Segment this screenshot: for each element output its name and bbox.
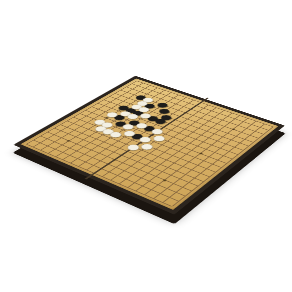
white-stone: ●: [135, 100, 151, 107]
black-stone: ●: [127, 119, 143, 127]
star-point: [199, 152, 203, 154]
black-stone: ●: [124, 106, 140, 114]
white-stone: ●: [105, 111, 121, 119]
photo-scene: ●●●●●●●●●●●●●●●●●●●●●●●●●●●●●●●●●●●●: [0, 0, 292, 292]
white-stone: ●: [139, 142, 156, 151]
black-stone: ●: [112, 113, 128, 121]
stones-layer: ●●●●●●●●●●●●●●●●●●●●●●●●●●●●●●●●●●●●: [26, 81, 273, 206]
black-stone: ●: [113, 120, 129, 128]
white-stone: ●: [108, 130, 125, 138]
black-stone: ●: [134, 94, 149, 101]
black-stone: ●: [153, 117, 169, 125]
white-stone: ●: [125, 143, 142, 152]
grid-line: [26, 144, 172, 207]
black-stone: ●: [142, 102, 158, 109]
go-board: ●●●●●●●●●●●●●●●●●●●●●●●●●●●●●●●●●●●●: [13, 76, 285, 215]
board-frame: ●●●●●●●●●●●●●●●●●●●●●●●●●●●●●●●●●●●●: [13, 76, 285, 215]
white-stone: ●: [130, 103, 146, 110]
black-stone: ●: [146, 114, 162, 122]
black-stone: ●: [142, 124, 159, 132]
grid-line: [172, 126, 274, 206]
board-surface: ●●●●●●●●●●●●●●●●●●●●●●●●●●●●●●●●●●●●: [21, 78, 279, 209]
white-stone: ●: [94, 124, 111, 132]
star-point: [162, 179, 167, 182]
black-stone: ●: [131, 109, 147, 117]
black-stone: ●: [157, 107, 173, 115]
star-point: [67, 140, 71, 142]
white-stone: ●: [134, 121, 150, 129]
star-point: [113, 159, 117, 161]
white-stone: ●: [122, 129, 139, 137]
white-stone: ●: [125, 112, 141, 120]
white-stone: ●: [138, 112, 154, 120]
product-photo: ●●●●●●●●●●●●●●●●●●●●●●●●●●●●●●●●●●●●: [0, 0, 292, 292]
white-stone: ●: [150, 127, 167, 135]
black-stone: ●: [130, 132, 147, 140]
white-stone: ●: [100, 120, 117, 128]
black-stone: ●: [159, 113, 175, 121]
black-stone: ●: [155, 101, 171, 108]
white-stone: ●: [151, 134, 168, 143]
black-stone: ●: [117, 104, 133, 111]
grid-line: [40, 136, 185, 197]
white-stone: ●: [118, 110, 134, 118]
grid-line: [47, 132, 192, 191]
white-stone: ●: [141, 96, 157, 103]
white-stone: ●: [138, 135, 155, 144]
white-stone: ●: [121, 122, 138, 130]
white-stone: ●: [93, 118, 109, 126]
white-stone: ●: [101, 127, 118, 135]
white-stone: ●: [137, 105, 153, 112]
